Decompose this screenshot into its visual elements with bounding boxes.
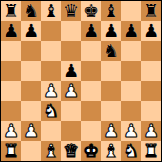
square-f6[interactable]: ♞ bbox=[101, 41, 121, 61]
piece-white-king-e1[interactable]: ♚ bbox=[83, 141, 99, 161]
square-c6[interactable] bbox=[41, 41, 61, 61]
square-a4[interactable] bbox=[1, 81, 21, 101]
square-g5[interactable] bbox=[121, 61, 141, 81]
piece-black-pawn-d5[interactable]: ♟ bbox=[63, 61, 79, 81]
square-e5[interactable] bbox=[81, 61, 101, 81]
piece-white-pawn-b2[interactable]: ♟ bbox=[23, 121, 39, 141]
piece-white-pawn-h2[interactable]: ♟ bbox=[143, 121, 159, 141]
square-c4[interactable]: ♟ bbox=[41, 81, 61, 101]
square-h1[interactable]: ♜ bbox=[141, 141, 161, 161]
piece-white-pawn-d4[interactable]: ♟ bbox=[63, 81, 79, 101]
square-h2[interactable]: ♟ bbox=[141, 121, 161, 141]
square-g1[interactable]: ♞ bbox=[121, 141, 141, 161]
square-d3[interactable] bbox=[61, 101, 81, 121]
square-a2[interactable]: ♟ bbox=[1, 121, 21, 141]
piece-white-knight-c3[interactable]: ♞ bbox=[43, 101, 59, 121]
piece-black-bishop-f8[interactable]: ♝ bbox=[103, 1, 119, 21]
square-a6[interactable] bbox=[1, 41, 21, 61]
piece-white-pawn-c4[interactable]: ♟ bbox=[43, 81, 59, 101]
square-e1[interactable]: ♚ bbox=[81, 141, 101, 161]
square-e7[interactable]: ♟ bbox=[81, 21, 101, 41]
square-e8[interactable]: ♚ bbox=[81, 1, 101, 21]
square-e4[interactable] bbox=[81, 81, 101, 101]
piece-black-knight-f6[interactable]: ♞ bbox=[103, 41, 119, 61]
square-f3[interactable] bbox=[101, 101, 121, 121]
square-b2[interactable]: ♟ bbox=[21, 121, 41, 141]
square-b7[interactable]: ♟ bbox=[21, 21, 41, 41]
square-h8[interactable]: ♜ bbox=[141, 1, 161, 21]
square-c1[interactable]: ♝ bbox=[41, 141, 61, 161]
piece-black-king-e8[interactable]: ♚ bbox=[83, 1, 99, 21]
piece-black-rook-a8[interactable]: ♜ bbox=[3, 1, 19, 21]
square-b3[interactable] bbox=[21, 101, 41, 121]
square-d6[interactable] bbox=[61, 41, 81, 61]
piece-white-knight-g1[interactable]: ♞ bbox=[123, 141, 139, 161]
square-h3[interactable] bbox=[141, 101, 161, 121]
piece-black-pawn-e7[interactable]: ♟ bbox=[83, 21, 99, 41]
square-e6[interactable] bbox=[81, 41, 101, 61]
square-d1[interactable]: ♛ bbox=[61, 141, 81, 161]
piece-black-queen-d8[interactable]: ♛ bbox=[63, 1, 79, 21]
square-h6[interactable] bbox=[141, 41, 161, 61]
square-d7[interactable] bbox=[61, 21, 81, 41]
piece-black-pawn-f7[interactable]: ♟ bbox=[103, 21, 119, 41]
square-g7[interactable]: ♟ bbox=[121, 21, 141, 41]
piece-white-rook-h1[interactable]: ♜ bbox=[143, 141, 159, 161]
square-g2[interactable]: ♟ bbox=[121, 121, 141, 141]
square-a1[interactable]: ♜ bbox=[1, 141, 21, 161]
square-f8[interactable]: ♝ bbox=[101, 1, 121, 21]
square-c5[interactable] bbox=[41, 61, 61, 81]
square-a5[interactable] bbox=[1, 61, 21, 81]
square-d2[interactable] bbox=[61, 121, 81, 141]
square-a7[interactable]: ♟ bbox=[1, 21, 21, 41]
square-d4[interactable]: ♟ bbox=[61, 81, 81, 101]
square-h5[interactable] bbox=[141, 61, 161, 81]
square-a8[interactable]: ♜ bbox=[1, 1, 21, 21]
square-a3[interactable] bbox=[1, 101, 21, 121]
piece-white-pawn-a2[interactable]: ♟ bbox=[3, 121, 19, 141]
square-f5[interactable] bbox=[101, 61, 121, 81]
square-g4[interactable] bbox=[121, 81, 141, 101]
square-h4[interactable] bbox=[141, 81, 161, 101]
square-e3[interactable] bbox=[81, 101, 101, 121]
square-g8[interactable] bbox=[121, 1, 141, 21]
piece-black-pawn-h7[interactable]: ♟ bbox=[143, 21, 159, 41]
piece-white-bishop-f1[interactable]: ♝ bbox=[103, 141, 119, 161]
square-g3[interactable] bbox=[121, 101, 141, 121]
square-c7[interactable] bbox=[41, 21, 61, 41]
piece-black-knight-b8[interactable]: ♞ bbox=[23, 1, 39, 21]
piece-black-pawn-g7[interactable]: ♟ bbox=[123, 21, 139, 41]
square-c8[interactable]: ♝ bbox=[41, 1, 61, 21]
square-h7[interactable]: ♟ bbox=[141, 21, 161, 41]
piece-white-rook-a1[interactable]: ♜ bbox=[3, 141, 19, 161]
square-b4[interactable] bbox=[21, 81, 41, 101]
square-d5[interactable]: ♟ bbox=[61, 61, 81, 81]
piece-black-rook-h8[interactable]: ♜ bbox=[143, 1, 159, 21]
chess-board: ♜♞♝♛♚♝♜♟♟♟♟♟♟♞♟♟♟♞♟♟♟♟♟♜♝♛♚♝♞♜ bbox=[0, 0, 162, 162]
piece-white-pawn-g2[interactable]: ♟ bbox=[123, 121, 139, 141]
square-c2[interactable] bbox=[41, 121, 61, 141]
square-b6[interactable] bbox=[21, 41, 41, 61]
square-c3[interactable]: ♞ bbox=[41, 101, 61, 121]
square-g6[interactable] bbox=[121, 41, 141, 61]
square-b8[interactable]: ♞ bbox=[21, 1, 41, 21]
piece-black-pawn-b7[interactable]: ♟ bbox=[23, 21, 39, 41]
square-b1[interactable] bbox=[21, 141, 41, 161]
piece-black-pawn-a7[interactable]: ♟ bbox=[3, 21, 19, 41]
piece-white-queen-d1[interactable]: ♛ bbox=[63, 141, 79, 161]
piece-white-pawn-f2[interactable]: ♟ bbox=[103, 121, 119, 141]
square-d8[interactable]: ♛ bbox=[61, 1, 81, 21]
square-f1[interactable]: ♝ bbox=[101, 141, 121, 161]
square-f7[interactable]: ♟ bbox=[101, 21, 121, 41]
piece-white-bishop-c1[interactable]: ♝ bbox=[43, 141, 59, 161]
square-f4[interactable] bbox=[101, 81, 121, 101]
square-f2[interactable]: ♟ bbox=[101, 121, 121, 141]
square-e2[interactable] bbox=[81, 121, 101, 141]
piece-black-bishop-c8[interactable]: ♝ bbox=[43, 1, 59, 21]
square-b5[interactable] bbox=[21, 61, 41, 81]
